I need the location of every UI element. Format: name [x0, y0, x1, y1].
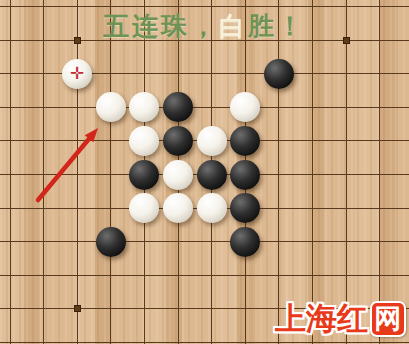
grid-vline	[10, 0, 11, 344]
black-stone[interactable]	[230, 193, 260, 223]
white-stone[interactable]	[163, 193, 193, 223]
grid-vline	[312, 0, 313, 344]
white-stone[interactable]: ✛	[62, 59, 92, 89]
black-stone[interactable]	[197, 160, 227, 190]
white-stone[interactable]	[129, 92, 159, 122]
grid-vline	[77, 0, 78, 344]
white-stone[interactable]	[230, 92, 260, 122]
arrow-shaft	[38, 137, 90, 200]
white-stone[interactable]	[197, 193, 227, 223]
grid-hline	[0, 241, 409, 242]
last-move-marker-icon: ✛	[62, 59, 92, 89]
watermark-badge: 网	[370, 301, 406, 337]
grid-hline	[0, 6, 409, 7]
star-point	[74, 37, 81, 44]
black-stone[interactable]	[230, 126, 260, 156]
title-segment: ！	[277, 11, 306, 41]
title-segment: 五连珠，	[103, 11, 219, 41]
grid-hline	[0, 342, 409, 343]
grid-hline	[0, 275, 409, 276]
star-point	[74, 305, 81, 312]
grid-vline	[379, 0, 380, 344]
page-title: 五连珠，白胜！	[103, 9, 306, 44]
white-stone[interactable]	[129, 126, 159, 156]
black-stone[interactable]	[230, 160, 260, 190]
grid-vline	[278, 0, 279, 344]
black-stone[interactable]	[163, 92, 193, 122]
white-stone[interactable]	[163, 160, 193, 190]
grid-vline	[346, 0, 347, 344]
watermark-text: 上海红	[275, 298, 368, 340]
black-stone[interactable]	[96, 227, 126, 257]
watermark: 上海红 网	[275, 298, 406, 340]
white-stone[interactable]	[129, 193, 159, 223]
white-stone[interactable]	[96, 92, 126, 122]
white-stone[interactable]	[197, 126, 227, 156]
black-stone[interactable]	[163, 126, 193, 156]
grid-vline	[43, 0, 44, 344]
title-segment: 胜	[248, 11, 277, 41]
black-stone[interactable]	[129, 160, 159, 190]
black-stone[interactable]	[230, 227, 260, 257]
goban-board[interactable]: ✛ 五连珠，白胜！ 上海红 网	[0, 0, 409, 344]
grid-vline	[110, 0, 111, 344]
grid-hline	[0, 107, 409, 108]
title-segment: 白	[219, 11, 248, 41]
star-point	[343, 37, 350, 44]
black-stone[interactable]	[264, 59, 294, 89]
